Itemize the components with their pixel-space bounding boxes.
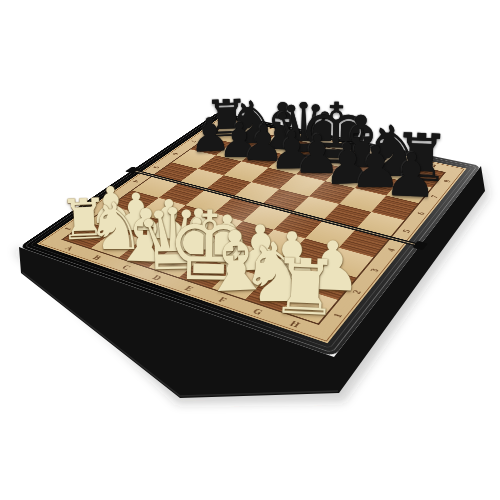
piece-white-rook[interactable]: ♜: [269, 248, 341, 327]
piece-black-pawn[interactable]: ♟: [383, 144, 439, 206]
chess-set-photo: AA11BB22CC33DD44EE55FF66GG77HH88 ♜♞♝♟♛♟♟…: [0, 0, 500, 500]
